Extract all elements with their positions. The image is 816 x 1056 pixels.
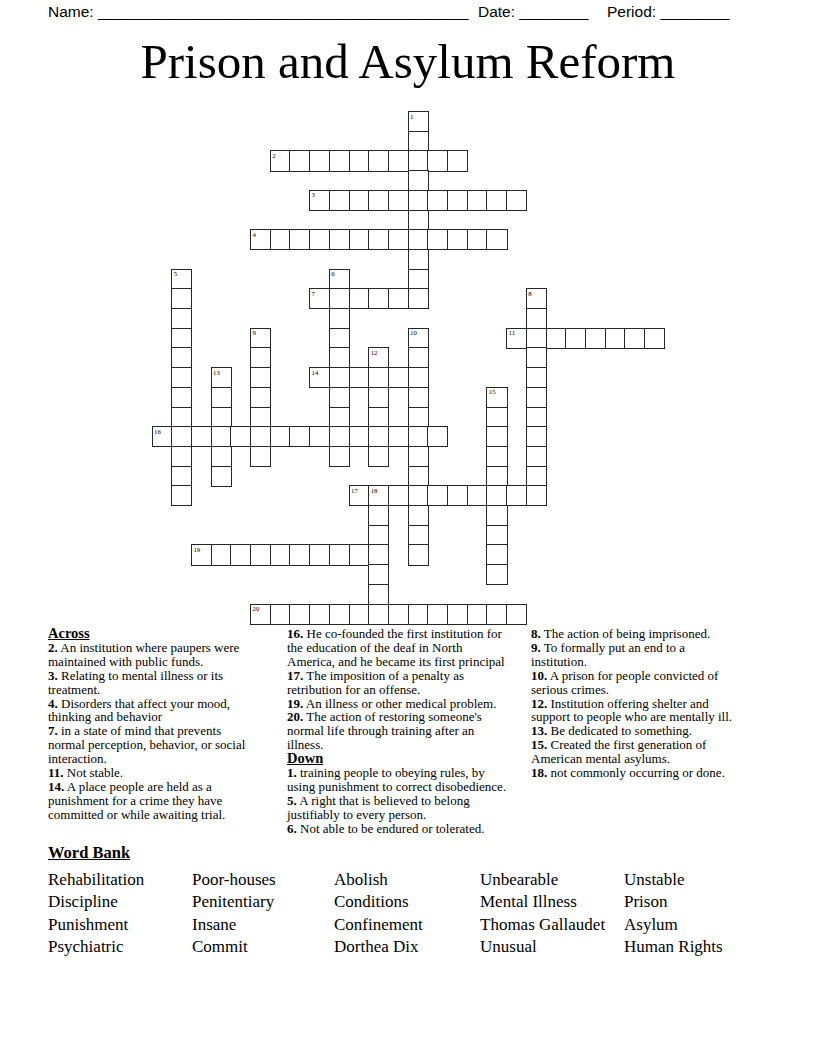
word-bank-item: Commit bbox=[192, 937, 248, 957]
clues-column-2: 16. He co-founded the first institution … bbox=[287, 627, 528, 836]
grid-cell[interactable] bbox=[526, 367, 547, 388]
grid-cell[interactable] bbox=[270, 426, 291, 447]
grid-cell[interactable] bbox=[388, 190, 409, 211]
word-bank-rows: RehabilitationPoor-housesAbolishUnbearab… bbox=[46, 870, 786, 960]
grid-cell[interactable] bbox=[368, 584, 389, 605]
grid-cell[interactable] bbox=[368, 367, 389, 388]
word-bank-item: Mental Illness bbox=[480, 892, 577, 912]
clue-number: 19 bbox=[193, 546, 200, 553]
name-blank-line[interactable]: ________________________________________… bbox=[94, 3, 469, 20]
period-label: Period: bbox=[607, 3, 656, 20]
grid-cell[interactable] bbox=[388, 288, 409, 309]
clue-number: 1 bbox=[410, 113, 413, 120]
grid-cell[interactable] bbox=[486, 544, 507, 565]
grid-cell[interactable] bbox=[329, 407, 350, 428]
grid-cell[interactable] bbox=[329, 229, 350, 250]
word-bank-item: Human Rights bbox=[624, 937, 723, 957]
grid-cell[interactable] bbox=[171, 466, 192, 487]
clue-number: 12 bbox=[371, 349, 378, 356]
grid-cell[interactable] bbox=[408, 210, 429, 231]
grid-cell[interactable] bbox=[408, 505, 429, 526]
grid-cell[interactable] bbox=[408, 347, 429, 368]
clue-number: 16 bbox=[154, 428, 161, 435]
grid-cell[interactable] bbox=[368, 544, 389, 565]
clue-number-label: 3. bbox=[48, 668, 58, 683]
clue-number: 9 bbox=[253, 329, 256, 336]
grid-cell[interactable] bbox=[171, 367, 192, 388]
grid-cell[interactable] bbox=[624, 328, 645, 349]
grid-cell[interactable] bbox=[250, 544, 271, 565]
word-bank-row: DisciplinePenitentiaryConditionsMental I… bbox=[46, 892, 786, 914]
clue-5-continued: justifiably to every person. bbox=[287, 808, 528, 822]
grid-cell[interactable] bbox=[270, 544, 291, 565]
grid-cell[interactable] bbox=[447, 229, 468, 250]
grid-cell[interactable] bbox=[329, 446, 350, 467]
clue-number-label: 11. bbox=[48, 765, 64, 780]
clue-9-continued: institution. bbox=[531, 655, 776, 669]
grid-cell[interactable] bbox=[526, 446, 547, 467]
grid-cell[interactable] bbox=[329, 150, 350, 171]
grid-cell[interactable] bbox=[191, 426, 212, 447]
name-label: Name: bbox=[48, 3, 94, 20]
word-bank-item: Conditions bbox=[334, 892, 409, 912]
grid-cell[interactable]: 13 bbox=[211, 367, 232, 388]
grid-cell[interactable] bbox=[506, 485, 527, 506]
date-blank-line[interactable]: ________ bbox=[515, 3, 588, 20]
clue-number: 11 bbox=[509, 329, 516, 336]
grid-cell[interactable] bbox=[427, 150, 448, 171]
grid-cell[interactable] bbox=[250, 426, 271, 447]
clue-number: 2 bbox=[272, 152, 275, 159]
grid-cell[interactable] bbox=[408, 170, 429, 191]
clue-number: 3 bbox=[312, 191, 315, 198]
grid-cell[interactable] bbox=[486, 407, 507, 428]
grid-cell[interactable] bbox=[309, 229, 330, 250]
clue-7-continued: interaction. bbox=[48, 752, 284, 766]
word-bank: Word Bank RehabilitationPoor-housesAboli… bbox=[46, 843, 786, 960]
clue-18: 18. not commonly occurring or done. bbox=[531, 766, 776, 780]
period-field: Period: ________ bbox=[607, 3, 729, 21]
word-bank-item: Penitentiary bbox=[192, 892, 274, 912]
grid-cell[interactable]: 14 bbox=[309, 367, 330, 388]
grid-cell[interactable]: 10 bbox=[408, 328, 429, 349]
grid-cell[interactable] bbox=[427, 604, 448, 625]
grid-cell[interactable] bbox=[349, 367, 370, 388]
grid-cell[interactable]: 12 bbox=[368, 347, 389, 368]
grid-cell[interactable] bbox=[486, 466, 507, 487]
clue-12-continued: support to people who are mentally ill. bbox=[531, 710, 776, 724]
grid-cell[interactable] bbox=[388, 367, 409, 388]
clues-column-1: Across2. An institution where paupers we… bbox=[48, 627, 284, 822]
grid-cell[interactable] bbox=[526, 485, 547, 506]
grid-cell[interactable] bbox=[171, 328, 192, 349]
grid-cell[interactable] bbox=[309, 150, 330, 171]
clue-number-label: 14. bbox=[48, 779, 64, 794]
clue-number-label: 19. bbox=[287, 696, 303, 711]
grid-cell[interactable] bbox=[408, 426, 429, 447]
grid-cell[interactable]: 3 bbox=[309, 190, 330, 211]
word-bank-row: RehabilitationPoor-housesAbolishUnbearab… bbox=[46, 870, 786, 892]
grid-cell[interactable]: 2 bbox=[270, 150, 291, 171]
grid-cell[interactable] bbox=[171, 387, 192, 408]
grid-cell[interactable] bbox=[368, 604, 389, 625]
grid-cell[interactable] bbox=[368, 446, 389, 467]
grid-cell[interactable] bbox=[506, 604, 527, 625]
grid-cell[interactable] bbox=[171, 288, 192, 309]
grid-cell[interactable] bbox=[349, 150, 370, 171]
clue-number-label: 6. bbox=[287, 821, 297, 836]
grid-cell[interactable] bbox=[408, 367, 429, 388]
word-bank-item: Asylum bbox=[624, 915, 678, 935]
grid-cell[interactable] bbox=[408, 446, 429, 467]
grid-cell[interactable] bbox=[250, 446, 271, 467]
clue-4-continued: thinking and behavior bbox=[48, 710, 284, 724]
grid-cell[interactable] bbox=[349, 426, 370, 447]
grid-cell[interactable]: 15 bbox=[486, 387, 507, 408]
grid-cell[interactable] bbox=[486, 229, 507, 250]
grid-cell[interactable] bbox=[329, 387, 350, 408]
grid-cell[interactable] bbox=[171, 446, 192, 467]
clue-number-label: 2. bbox=[48, 640, 58, 655]
grid-cell[interactable] bbox=[467, 485, 488, 506]
clue-15-continued: American mental asylums. bbox=[531, 752, 776, 766]
grid-cell[interactable] bbox=[211, 466, 232, 487]
grid-cell[interactable] bbox=[408, 131, 429, 152]
clue-20: 20. The action of restoring someone's bbox=[287, 710, 528, 724]
grid-cell[interactable] bbox=[349, 288, 370, 309]
grid-cell[interactable] bbox=[408, 190, 429, 211]
clue-number: 17 bbox=[351, 487, 358, 494]
clue-17-continued: retribution for an offense. bbox=[287, 683, 528, 697]
grid-cell[interactable] bbox=[388, 150, 409, 171]
grid-cell[interactable] bbox=[368, 525, 389, 546]
grid-cell[interactable] bbox=[329, 308, 350, 329]
clue-16-continued: the education of the deaf in North bbox=[287, 641, 528, 655]
grid-cell[interactable]: 16 bbox=[152, 426, 173, 447]
grid-cell[interactable] bbox=[289, 150, 310, 171]
grid-cell[interactable] bbox=[388, 229, 409, 250]
grid-cell[interactable] bbox=[230, 426, 251, 447]
grid-cell[interactable] bbox=[368, 407, 389, 428]
clue-13: 13. Be dedicated to something. bbox=[531, 724, 776, 738]
clue-11: 11. Not stable. bbox=[48, 766, 284, 780]
clue-number: 6 bbox=[331, 270, 334, 277]
grid-cell[interactable] bbox=[270, 604, 291, 625]
clue-number-label: 18. bbox=[531, 765, 547, 780]
clue-14-continued: committed or while awaiting trial. bbox=[48, 808, 284, 822]
clue-16: 16. He co-founded the first institution … bbox=[287, 627, 528, 641]
word-bank-row: PunishmentInsaneConfinementThomas Gallau… bbox=[46, 915, 786, 937]
grid-cell[interactable] bbox=[329, 288, 350, 309]
word-bank-item: Punishment bbox=[48, 915, 128, 935]
clue-7-continued: normal perception, behavior, or social bbox=[48, 738, 284, 752]
crossword-grid: 1234567891011121314151617181920 bbox=[152, 111, 667, 626]
grid-cell[interactable] bbox=[565, 328, 586, 349]
grid-cell[interactable] bbox=[171, 485, 192, 506]
clue-20-continued: illness. bbox=[287, 738, 528, 752]
grid-cell[interactable] bbox=[486, 426, 507, 447]
clue-3: 3. Relating to mental illness or its bbox=[48, 669, 284, 683]
clue-3-continued: treatment. bbox=[48, 683, 284, 697]
clue-20-continued: normal life through training after an bbox=[287, 724, 528, 738]
grid-cell[interactable] bbox=[211, 407, 232, 428]
clue-number: 15 bbox=[489, 388, 496, 395]
date-field: Date: ________ bbox=[478, 3, 588, 21]
grid-cell[interactable] bbox=[211, 387, 232, 408]
grid-cell[interactable] bbox=[368, 505, 389, 526]
grid-cell[interactable] bbox=[388, 426, 409, 447]
grid-cell[interactable] bbox=[309, 426, 330, 447]
grid-cell[interactable] bbox=[211, 446, 232, 467]
grid-cell[interactable] bbox=[486, 485, 507, 506]
word-bank-item: Discipline bbox=[48, 892, 118, 912]
grid-cell[interactable] bbox=[368, 229, 389, 250]
grid-cell[interactable] bbox=[388, 604, 409, 625]
word-bank-item: Abolish bbox=[334, 870, 388, 890]
clue-number: 20 bbox=[253, 605, 260, 612]
clue-19: 19. An illness or other medical problem. bbox=[287, 697, 528, 711]
grid-cell[interactable] bbox=[289, 544, 310, 565]
grid-cell[interactable]: 9 bbox=[250, 328, 271, 349]
clue-number-label: 20. bbox=[287, 709, 303, 724]
grid-cell[interactable] bbox=[211, 426, 232, 447]
clue-8: 8. The action of being imprisoned. bbox=[531, 627, 776, 641]
name-field: Name: __________________________________… bbox=[48, 3, 469, 21]
grid-cell[interactable] bbox=[408, 269, 429, 290]
grid-cell[interactable] bbox=[427, 485, 448, 506]
grid-cell[interactable] bbox=[427, 190, 448, 211]
grid-cell[interactable] bbox=[506, 190, 527, 211]
word-bank-item: Psychiatric bbox=[48, 937, 124, 957]
grid-cell[interactable] bbox=[467, 604, 488, 625]
clue-6: 6. Not able to be endured or tolerated. bbox=[287, 822, 528, 836]
grid-cell[interactable]: 7 bbox=[309, 288, 330, 309]
clue-number-label: 15. bbox=[531, 737, 547, 752]
clue-number: 14 bbox=[312, 369, 319, 376]
grid-cell[interactable] bbox=[368, 190, 389, 211]
grid-cell[interactable] bbox=[349, 544, 370, 565]
clue-number-label: 12. bbox=[531, 696, 547, 711]
period-blank-line[interactable]: ________ bbox=[656, 3, 729, 20]
grid-cell[interactable]: 17 bbox=[349, 485, 370, 506]
grid-cell[interactable]: 4 bbox=[250, 229, 271, 250]
grid-cell[interactable] bbox=[309, 604, 330, 625]
clues-heading-across: Across bbox=[48, 627, 284, 641]
word-bank-item: Confinement bbox=[334, 915, 423, 935]
grid-cell[interactable] bbox=[408, 544, 429, 565]
grid-cell[interactable] bbox=[526, 407, 547, 428]
grid-cell[interactable] bbox=[368, 564, 389, 585]
clue-9: 9. To formally put an end to a bbox=[531, 641, 776, 655]
word-bank-item: Thomas Gallaudet bbox=[480, 915, 605, 935]
clue-number-label: 1. bbox=[287, 765, 297, 780]
grid-cell[interactable] bbox=[329, 544, 350, 565]
clue-5: 5. A right that is believed to belong bbox=[287, 794, 528, 808]
grid-cell[interactable] bbox=[250, 407, 271, 428]
grid-cell[interactable] bbox=[329, 347, 350, 368]
grid-cell[interactable]: 18 bbox=[368, 485, 389, 506]
grid-cell[interactable] bbox=[408, 485, 429, 506]
clue-number-label: 16. bbox=[287, 626, 303, 641]
grid-cell[interactable] bbox=[368, 288, 389, 309]
grid-cell[interactable] bbox=[427, 426, 448, 447]
clue-number-label: 8. bbox=[531, 626, 541, 641]
grid-cell[interactable] bbox=[526, 328, 547, 349]
grid-cell[interactable] bbox=[605, 328, 626, 349]
grid-cell[interactable] bbox=[408, 604, 429, 625]
grid-cell[interactable] bbox=[171, 308, 192, 329]
grid-cell[interactable] bbox=[349, 190, 370, 211]
grid-cell[interactable] bbox=[585, 328, 606, 349]
grid-cell[interactable] bbox=[486, 190, 507, 211]
grid-cell[interactable] bbox=[447, 190, 468, 211]
grid-cell[interactable] bbox=[486, 604, 507, 625]
grid-cell[interactable] bbox=[526, 347, 547, 368]
grid-cell[interactable]: 11 bbox=[506, 328, 527, 349]
grid-cell[interactable] bbox=[408, 229, 429, 250]
grid-cell[interactable]: 6 bbox=[329, 269, 350, 290]
grid-cell[interactable] bbox=[289, 229, 310, 250]
word-bank-row: PsychiatricCommitDorthea DixUnusualHuman… bbox=[46, 937, 786, 959]
clue-14-continued: punishment for a crime they have bbox=[48, 794, 284, 808]
grid-cell[interactable] bbox=[250, 387, 271, 408]
grid-cell[interactable] bbox=[250, 347, 271, 368]
word-bank-item: Rehabilitation bbox=[48, 870, 144, 890]
grid-cell[interactable] bbox=[171, 407, 192, 428]
grid-cell[interactable] bbox=[644, 328, 665, 349]
clue-12: 12. Institution offering shelter and bbox=[531, 697, 776, 711]
clue-2-continued: maintained with public funds. bbox=[48, 655, 284, 669]
clue-number: 7 bbox=[312, 290, 315, 297]
grid-cell[interactable] bbox=[486, 525, 507, 546]
clue-15: 15. Created the first generation of bbox=[531, 738, 776, 752]
grid-cell[interactable] bbox=[408, 249, 429, 270]
clue-number: 13 bbox=[213, 369, 220, 376]
clue-number: 4 bbox=[253, 231, 256, 238]
grid-cell[interactable] bbox=[329, 426, 350, 447]
grid-cell[interactable] bbox=[230, 544, 251, 565]
grid-cell[interactable] bbox=[526, 387, 547, 408]
word-bank-heading: Word Bank bbox=[48, 843, 786, 863]
word-bank-item: Unstable bbox=[624, 870, 684, 890]
clues-heading-down: Down bbox=[287, 752, 528, 766]
grid-cell[interactable] bbox=[408, 466, 429, 487]
grid-cell[interactable] bbox=[526, 308, 547, 329]
grid-cell[interactable] bbox=[467, 229, 488, 250]
clue-number-label: 13. bbox=[531, 723, 547, 738]
grid-cell[interactable] bbox=[250, 367, 271, 388]
grid-cell[interactable] bbox=[368, 426, 389, 447]
word-bank-item: Prison bbox=[624, 892, 667, 912]
word-bank-item: Dorthea Dix bbox=[334, 937, 419, 957]
grid-cell[interactable] bbox=[447, 485, 468, 506]
grid-cell[interactable] bbox=[388, 485, 409, 506]
clue-number-label: 4. bbox=[48, 696, 58, 711]
grid-cell[interactable] bbox=[289, 604, 310, 625]
clue-number-label: 7. bbox=[48, 723, 58, 738]
grid-cell[interactable] bbox=[486, 446, 507, 467]
grid-cell[interactable] bbox=[408, 407, 429, 428]
grid-cell[interactable] bbox=[309, 544, 330, 565]
grid-cell[interactable] bbox=[171, 426, 192, 447]
word-bank-item: Poor-houses bbox=[192, 870, 276, 890]
grid-cell[interactable] bbox=[329, 190, 350, 211]
grid-cell[interactable] bbox=[211, 544, 232, 565]
clue-number-label: 10. bbox=[531, 668, 547, 683]
grid-cell[interactable] bbox=[486, 505, 507, 526]
grid-cell[interactable] bbox=[349, 604, 370, 625]
clue-number-label: 17. bbox=[287, 668, 303, 683]
grid-cell[interactable] bbox=[427, 229, 448, 250]
clue-1-continued: using punishment to correct disobedience… bbox=[287, 780, 528, 794]
grid-cell[interactable] bbox=[368, 387, 389, 408]
grid-cell[interactable] bbox=[289, 426, 310, 447]
grid-cell[interactable]: 19 bbox=[191, 544, 212, 565]
grid-cell[interactable]: 5 bbox=[171, 269, 192, 290]
grid-cell[interactable] bbox=[486, 564, 507, 585]
clue-14: 14. A place people are held as a bbox=[48, 780, 284, 794]
clue-number: 18 bbox=[371, 487, 378, 494]
clue-10: 10. A prison for people convicted of bbox=[531, 669, 776, 683]
clue-number-label: 5. bbox=[287, 793, 297, 808]
clue-number: 8 bbox=[528, 290, 531, 297]
clue-number: 10 bbox=[410, 329, 417, 336]
clue-7: 7. in a state of mind that prevents bbox=[48, 724, 284, 738]
grid-cell[interactable] bbox=[546, 328, 567, 349]
word-bank-item: Unusual bbox=[480, 937, 537, 957]
grid-cell[interactable] bbox=[329, 604, 350, 625]
clue-17: 17. The imposition of a penalty as bbox=[287, 669, 528, 683]
grid-cell[interactable] bbox=[171, 347, 192, 368]
grid-cell[interactable] bbox=[349, 229, 370, 250]
grid-cell[interactable] bbox=[270, 229, 291, 250]
grid-cell[interactable]: 8 bbox=[526, 288, 547, 309]
grid-cell[interactable] bbox=[408, 387, 429, 408]
puzzle-title: Prison and Asylum Reform bbox=[0, 33, 816, 90]
grid-cell[interactable] bbox=[526, 466, 547, 487]
clue-1: 1. training people to obeying rules, by bbox=[287, 766, 528, 780]
grid-cell[interactable] bbox=[408, 525, 429, 546]
clue-10-continued: serious crimes. bbox=[531, 683, 776, 697]
grid-cell[interactable]: 20 bbox=[250, 604, 271, 625]
grid-cell[interactable] bbox=[329, 367, 350, 388]
grid-cell[interactable] bbox=[467, 190, 488, 211]
clues-column-3: 8. The action of being imprisoned.9. To … bbox=[531, 627, 776, 780]
grid-cell[interactable] bbox=[526, 426, 547, 447]
word-bank-item: Unbearable bbox=[480, 870, 558, 890]
grid-cell[interactable] bbox=[408, 150, 429, 171]
clue-16-continued: America, and he became its first princip… bbox=[287, 655, 528, 669]
clue-2: 2. An institution where paupers were bbox=[48, 641, 284, 655]
grid-cell[interactable] bbox=[408, 288, 429, 309]
date-label: Date: bbox=[478, 3, 515, 20]
grid-cell[interactable] bbox=[447, 150, 468, 171]
clue-number: 5 bbox=[174, 270, 177, 277]
grid-cell[interactable] bbox=[447, 604, 468, 625]
clue-4: 4. Disorders that affect your mood, bbox=[48, 697, 284, 711]
word-bank-item: Insane bbox=[192, 915, 236, 935]
clue-number-label: 9. bbox=[531, 640, 541, 655]
grid-cell[interactable]: 1 bbox=[408, 111, 429, 132]
grid-cell[interactable] bbox=[329, 328, 350, 349]
grid-cell[interactable] bbox=[368, 150, 389, 171]
